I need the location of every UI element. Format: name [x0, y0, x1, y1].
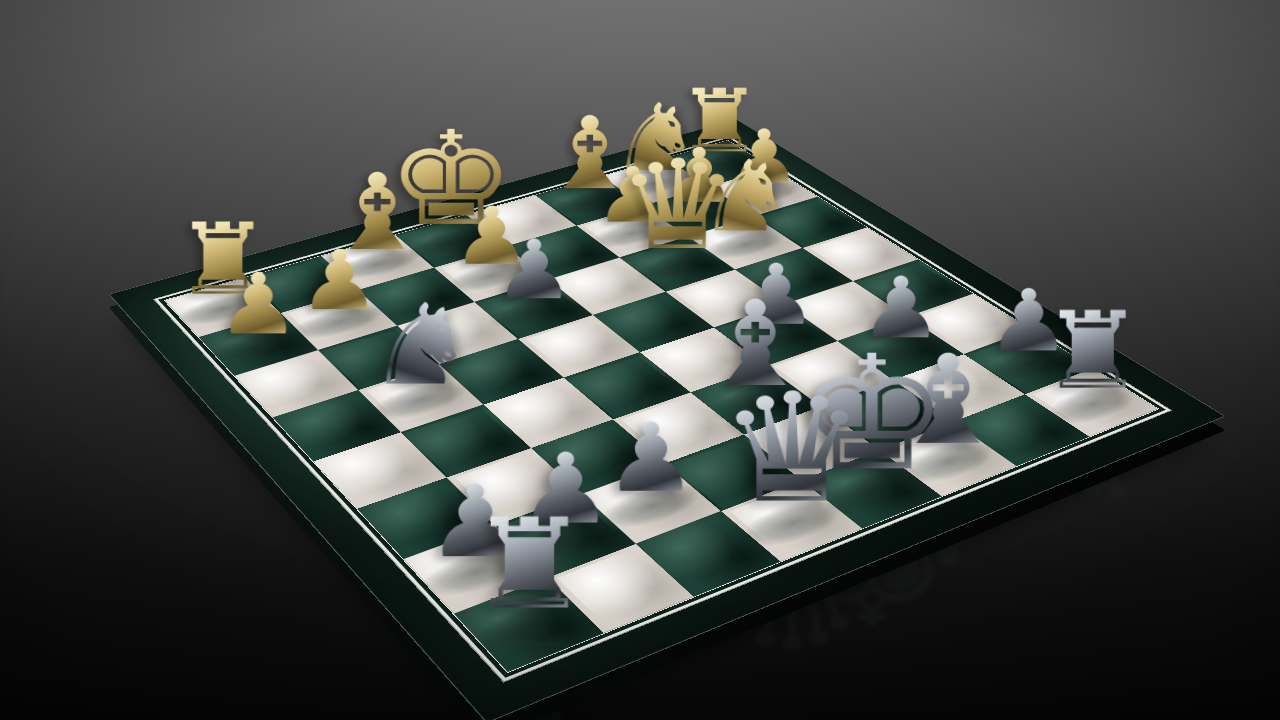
piece-white-knight-b5[interactable]: ♞: [366, 292, 476, 398]
piece-white-pawn-c2[interactable]: ♟: [605, 413, 699, 503]
board-grid: ♜♜♝♝♚♚♝♝♞♞♜♜♟♟♟♟♟♟♟♟♟♟♟♟♟♟♛♛♞♞♞♞♟♟♝♝♟♟♟♟…: [164, 140, 1160, 673]
piece-white-queen-d1[interactable]: ♛: [718, 377, 867, 520]
piece-black-queen-f6[interactable]: ♛: [617, 147, 739, 265]
square-d1[interactable]: ♛♛: [720, 480, 862, 562]
piece-white-pawn-d6[interactable]: ♟: [494, 231, 575, 309]
piece-white-rook-a1[interactable]: ♜: [468, 506, 591, 624]
piece-black-pawn-a7[interactable]: ♟: [217, 264, 300, 344]
scene-background: ♜♜♝♝♚♚♝♝♞♞♜♜♟♟♟♟♟♟♟♟♟♟♟♟♟♟♛♛♞♞♞♞♟♟♝♝♟♟♟♟…: [0, 0, 1280, 720]
square-h1[interactable]: ♜♜: [1024, 368, 1158, 437]
board-fit-wrapper: ♜♜♝♝♚♚♝♝♞♞♜♜♟♟♟♟♟♟♟♟♟♟♟♟♟♟♛♛♞♞♞♞♟♟♝♝♟♟♟♟…: [0, 9, 1280, 704]
board-border-frame: ♜♜♝♝♚♚♝♝♞♞♜♜♟♟♟♟♟♟♟♟♟♟♟♟♟♟♛♛♞♞♞♞♟♟♝♝♟♟♟♟…: [154, 136, 1171, 681]
piece-reflection: ♜: [468, 624, 591, 720]
square-a1[interactable]: ♜♜: [454, 578, 603, 672]
perspective-scene: ♜♜♝♝♚♚♝♝♞♞♜♜♟♟♟♟♟♟♟♟♟♟♟♟♟♟♛♛♞♞♞♞♟♟♝♝♟♟♟♟…: [0, 9, 1280, 704]
piece-white-rook-h1[interactable]: ♜: [1040, 301, 1145, 402]
board-rim: ♜♜♝♝♚♚♝♝♞♞♜♜♟♟♟♟♟♟♟♟♟♟♟♟♟♟♛♛♞♞♞♞♟♟♝♝♟♟♟♟…: [109, 119, 1226, 720]
chess-board[interactable]: ♜♜♝♝♚♚♝♝♞♞♜♜♟♟♟♟♟♟♟♟♟♟♟♟♟♟♛♛♞♞♞♞♟♟♝♝♟♟♟♟…: [109, 119, 1226, 720]
